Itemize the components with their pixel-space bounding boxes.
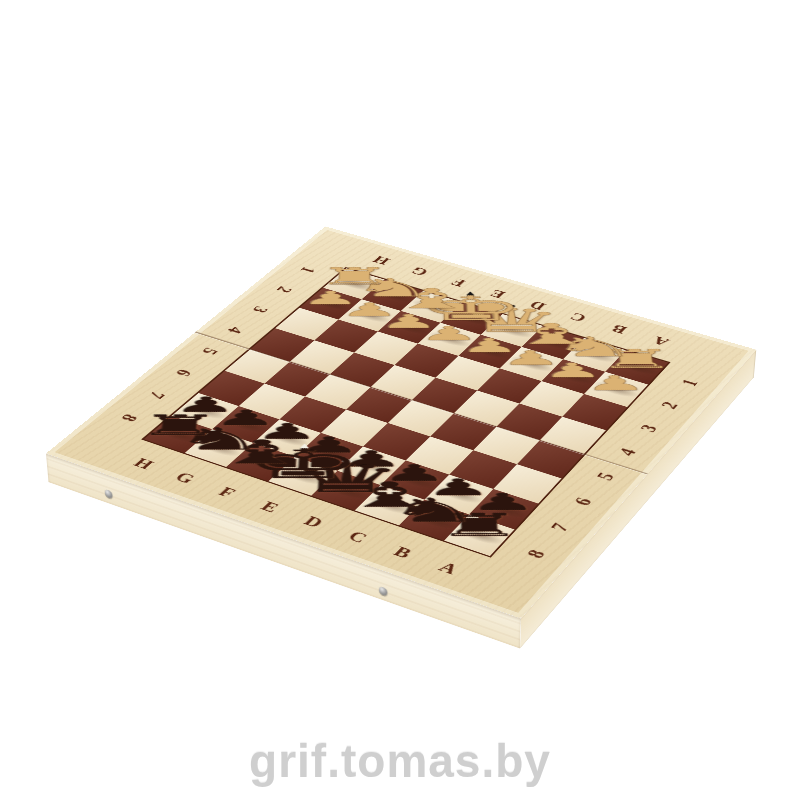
hinge-screw — [104, 488, 112, 498]
rank-label-left-7: 7 — [143, 389, 170, 401]
rank-label-right-2: 2 — [656, 399, 683, 411]
file-label-front-C: C — [344, 528, 372, 547]
file-label-front-G: G — [171, 469, 200, 487]
rank-label-left-5: 5 — [196, 345, 222, 356]
rank-label-right-8: 8 — [521, 547, 551, 561]
rank-label-right-1: 1 — [676, 377, 703, 389]
file-label-front-F: F — [214, 484, 240, 501]
file-label-front-E: E — [257, 498, 284, 516]
rank-label-left-6: 6 — [170, 367, 196, 378]
photo-scene: HGFEDCBAHGFEDCBA1234567812345678 ♜♞♝♛♚♝♞… — [0, 0, 800, 800]
file-label-front-B: B — [389, 543, 416, 562]
rank-label-left-3: 3 — [247, 304, 272, 315]
king-finial — [300, 444, 310, 449]
hinge-screw — [379, 586, 388, 597]
file-label-front-A: A — [434, 558, 462, 577]
rank-label-right-5: 5 — [591, 470, 619, 483]
rank-label-left-2: 2 — [271, 284, 296, 294]
rank-label-right-6: 6 — [569, 495, 598, 508]
rank-label-right-3: 3 — [635, 422, 663, 434]
watermark-text: grif.tomas.by — [249, 734, 551, 788]
chess-board: HGFEDCBAHGFEDCBA1234567812345678 ♜♞♝♛♚♝♞… — [46, 226, 756, 618]
rank-label-left-4: 4 — [222, 325, 248, 336]
king-finial — [466, 291, 475, 295]
file-label-front-D: D — [299, 513, 327, 531]
queen-finial — [506, 305, 516, 308]
rank-label-right-7: 7 — [545, 521, 574, 535]
file-label-front-H: H — [129, 455, 158, 472]
pieces-layer: ♜♞♝♛♚♝♞♜♟♟♟♟♟♟♟♟♟♟♟♟♟♟♟♟♜♞♝♛♚♝♞♜ — [325, 226, 756, 349]
rank-label-right-4: 4 — [613, 446, 641, 458]
